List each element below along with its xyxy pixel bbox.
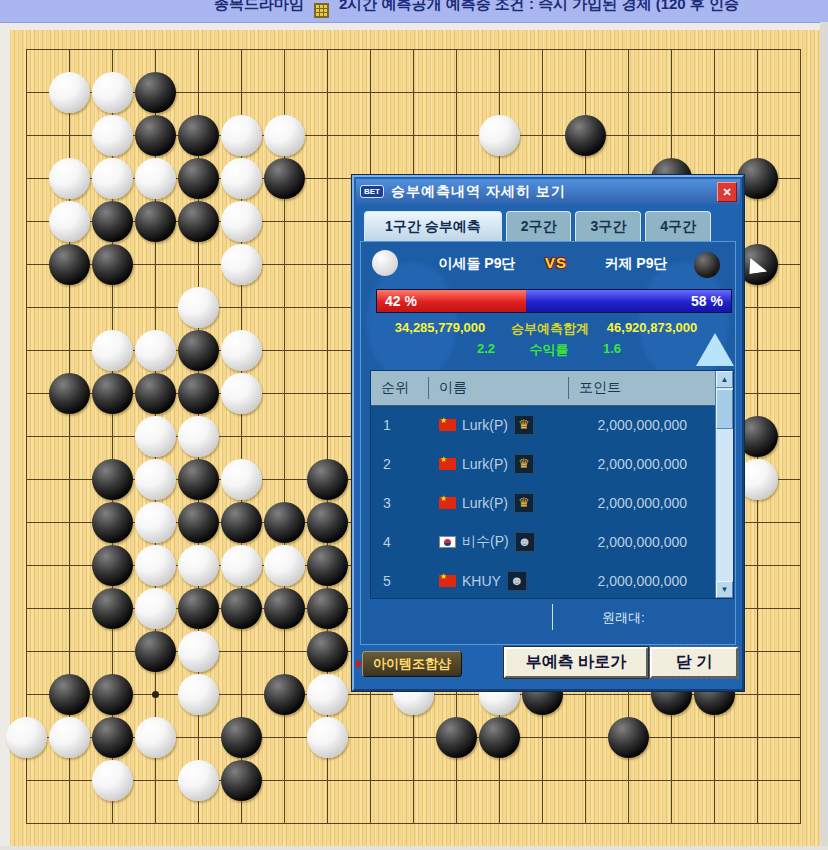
black-stone (135, 201, 176, 242)
white-stone (307, 717, 348, 758)
white-stone (178, 287, 219, 328)
last-move-triangle-marker (746, 255, 768, 276)
black-win-percent: 58 % (691, 293, 723, 309)
black-stone (436, 717, 477, 758)
app-window: 종목드라마임 2시간 예측공개 예측중 조건 : 즉시 가입된 경제 (120 … (0, 0, 828, 850)
white-stone (221, 244, 262, 285)
black-stone (608, 717, 649, 758)
footer-label: 원래대: (602, 609, 645, 627)
black-stone (221, 717, 262, 758)
tab-3[interactable]: 3구간 (575, 211, 641, 241)
name-cell: 비수(P)☻ (429, 532, 569, 552)
crest-badge-icon: ♛ (514, 454, 534, 474)
white-stone (6, 717, 47, 758)
header-cell-3: 포인트 (569, 377, 715, 399)
rank-cell: 5 (371, 573, 429, 589)
black-stone (178, 459, 219, 500)
scroll-down-button[interactable]: ▼ (716, 581, 733, 598)
right-edge-strip (820, 22, 828, 850)
table-row: 3Lurk(P)♛2,000,000,000 (371, 483, 715, 522)
white-stone (135, 459, 176, 500)
black-stone (178, 330, 219, 371)
black-stone (135, 373, 176, 414)
black-stone (92, 373, 133, 414)
player-nickname: Lurk(P) (462, 417, 508, 433)
table-row: 2Lurk(P)♛2,000,000,000 (371, 444, 715, 483)
table-row: 1Lurk(P)♛2,000,000,000 (371, 405, 715, 444)
vs-label: VS (540, 254, 572, 271)
white-stone (178, 545, 219, 586)
white-stone (135, 416, 176, 457)
black-stone (307, 459, 348, 500)
table-row: 4비수(P)☻2,000,000,000 (371, 522, 715, 561)
white-stone (92, 115, 133, 156)
black-stone (479, 717, 520, 758)
points-cell: 2,000,000,000 (569, 417, 715, 433)
black-stone (92, 201, 133, 242)
dialog-titlebar[interactable]: BET 승부예측내역 자세히 보기 ✕ (356, 179, 740, 204)
black-stone (221, 760, 262, 801)
topbar-text-row: 종목드라마임 2시간 예측공개 예측중 조건 : 즉시 가입된 경제 (120 … (214, 0, 739, 18)
player-nickname: Lurk(P) (462, 495, 508, 511)
black-stone (565, 115, 606, 156)
white-stone (49, 201, 90, 242)
player-nickname: 비수(P) (462, 533, 509, 551)
white-player-stone-icon (372, 250, 398, 276)
white-stone (264, 545, 305, 586)
white-stone (178, 674, 219, 715)
white-stone (92, 330, 133, 371)
black-stone (178, 158, 219, 199)
grid-icon (314, 3, 329, 18)
tab-1[interactable]: 1구간 승부예측 (364, 211, 502, 241)
white-player-name: 이세돌 P9단 (412, 255, 542, 273)
footer-divider (552, 604, 553, 630)
crest-badge-icon: ♛ (514, 415, 534, 435)
dialog-title: 승부예측내역 자세히 보기 (391, 183, 566, 201)
bottom-edge-strip (0, 846, 828, 850)
white-stone (178, 631, 219, 672)
black-player-stone-icon (694, 252, 720, 278)
black-odds: 1.6 (572, 341, 652, 356)
black-stone (178, 373, 219, 414)
topbar-text-2: 2시간 예측공개 예측중 조건 : 즉시 가입된 경제 (120 후 인증 (339, 0, 739, 14)
white-stone (221, 545, 262, 586)
tab-4[interactable]: 4구간 (645, 211, 711, 241)
black-stone (178, 115, 219, 156)
white-stone (221, 201, 262, 242)
flag-china-icon (439, 419, 456, 431)
table-header: 순위이름포인트 (371, 371, 715, 406)
black-stone (49, 244, 90, 285)
black-stone (307, 588, 348, 629)
white-stone (49, 717, 90, 758)
player-nickname: Lurk(P) (462, 456, 508, 472)
black-stone (178, 588, 219, 629)
white-stone (135, 545, 176, 586)
black-stone (264, 588, 305, 629)
black-win-segment: 58 % (526, 290, 731, 312)
flag-korea-icon (439, 536, 456, 548)
points-cell: 2,000,000,000 (569, 534, 715, 550)
black-stone (178, 502, 219, 543)
black-stone (135, 631, 176, 672)
white-stone (49, 72, 90, 113)
name-cell: Lurk(P)♛ (429, 493, 569, 513)
name-cell: Lurk(P)♛ (429, 454, 569, 474)
rank-cell: 1 (371, 417, 429, 433)
white-stone (221, 330, 262, 371)
black-stone (92, 588, 133, 629)
white-stone (221, 373, 262, 414)
black-stone (264, 674, 305, 715)
white-stone (135, 158, 176, 199)
white-stone (92, 158, 133, 199)
tab-2[interactable]: 2구간 (506, 211, 572, 241)
scroll-thumb[interactable] (716, 389, 733, 429)
white-stone (221, 115, 262, 156)
browser-topbar: 종목드라마임 2시간 예측공개 예측중 조건 : 즉시 가입된 경제 (120 … (0, 0, 828, 23)
black-stone (135, 115, 176, 156)
alien-badge-icon: ☻ (507, 571, 527, 591)
grid-line (26, 823, 801, 824)
tab-bar: 1구간 승부예측2구간3구간4구간 (364, 211, 744, 241)
name-cell: Lurk(P)♛ (429, 415, 569, 435)
grid-line (26, 780, 801, 781)
close-icon: ✕ (722, 187, 731, 198)
black-stone (92, 244, 133, 285)
close-button[interactable]: ✕ (717, 182, 737, 202)
black-stone (92, 717, 133, 758)
black-stone (221, 502, 262, 543)
black-stone (307, 545, 348, 586)
black-stone (49, 373, 90, 414)
prediction-table: 순위이름포인트 1Lurk(P)♛2,000,000,0002Lurk(P)♛2… (370, 370, 734, 599)
black-stone (92, 674, 133, 715)
white-stone (178, 760, 219, 801)
points-cell: 2,000,000,000 (569, 456, 715, 472)
black-stone (92, 502, 133, 543)
white-stone (479, 115, 520, 156)
white-stone (92, 760, 133, 801)
white-stone (264, 115, 305, 156)
scrollbar[interactable]: ▲ ▼ (715, 371, 733, 598)
points-cell: 2,000,000,000 (569, 573, 715, 589)
header-cell-2: 이름 (429, 377, 569, 399)
name-cell: KHUY☻ (429, 571, 569, 591)
black-stone (135, 72, 176, 113)
points-cell: 2,000,000,000 (569, 495, 715, 511)
white-stone (221, 459, 262, 500)
win-rate-bar: 42 % 58 % (376, 289, 732, 313)
white-stone (135, 588, 176, 629)
white-stone (135, 502, 176, 543)
black-stone (307, 502, 348, 543)
topbar-text-1: 종목드라마임 (214, 0, 304, 14)
flag-china-icon (439, 458, 456, 470)
header-cell-1: 순위 (371, 377, 429, 399)
close-dialog-button[interactable]: 닫 기 (650, 647, 738, 678)
prediction-dialog: BET 승부예측내역 자세히 보기 ✕ 1구간 승부예측2구간3구간4구간 이세… (352, 175, 744, 691)
item-shop-button[interactable]: 아이템조합샵 (362, 651, 462, 677)
scroll-up-button[interactable]: ▲ (716, 371, 733, 388)
black-stone (221, 588, 262, 629)
white-stone (307, 674, 348, 715)
rank-cell: 4 (371, 534, 429, 550)
table-body: 1Lurk(P)♛2,000,000,0002Lurk(P)♛2,000,000… (371, 405, 715, 598)
prediction-shortcut-button[interactable]: 부예측 바로가 (504, 647, 648, 678)
player-nickname: KHUY (462, 573, 501, 589)
rank-cell: 2 (371, 456, 429, 472)
grid-line (800, 49, 801, 824)
black-player-name: 커제 P9단 (576, 255, 696, 273)
star-point (152, 691, 159, 698)
black-stone (264, 158, 305, 199)
rank-cell: 3 (371, 495, 429, 511)
black-stone (92, 545, 133, 586)
white-stone (178, 416, 219, 457)
white-stone (92, 72, 133, 113)
bet-icon: BET (360, 185, 384, 198)
crest-badge-icon: ♛ (514, 493, 534, 513)
white-stone (135, 717, 176, 758)
flag-china-icon (439, 575, 456, 587)
white-win-percent: 42 % (385, 293, 417, 309)
white-stone (49, 158, 90, 199)
black-stone (49, 674, 90, 715)
table-row: 5KHUY☻2,000,000,000 (371, 561, 715, 600)
white-stone (221, 158, 262, 199)
black-stone (92, 459, 133, 500)
black-bet-total: 46,920,873,000 (580, 320, 724, 335)
black-stone (264, 502, 305, 543)
flag-china-icon (439, 497, 456, 509)
white-win-segment: 42 % (377, 290, 526, 312)
white-stone (135, 330, 176, 371)
black-stone (307, 631, 348, 672)
black-stone (178, 201, 219, 242)
alien-badge-icon: ☻ (515, 532, 535, 552)
